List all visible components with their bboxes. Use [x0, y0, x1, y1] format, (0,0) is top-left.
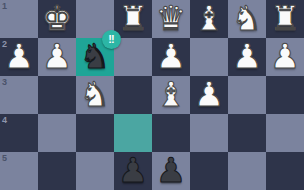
square-g2[interactable]: ♟	[38, 38, 76, 76]
piece-white-pawn[interactable]: ♟	[270, 37, 300, 75]
piece-white-rook[interactable]: ♜	[118, 0, 148, 37]
piece-white-pawn[interactable]: ♟	[194, 75, 224, 113]
square-h2[interactable]: 2♟	[0, 38, 38, 76]
square-b4[interactable]	[228, 114, 266, 152]
piece-black-pawn[interactable]: ♟	[118, 151, 148, 189]
piece-white-bishop[interactable]: ♝	[156, 75, 186, 113]
square-a2[interactable]: ♟	[266, 38, 304, 76]
square-g5[interactable]	[38, 152, 76, 190]
square-d2[interactable]: ♟	[152, 38, 190, 76]
square-a5[interactable]	[266, 152, 304, 190]
square-e5[interactable]: ♟	[114, 152, 152, 190]
square-d1[interactable]: ♛	[152, 0, 190, 38]
square-d4[interactable]	[152, 114, 190, 152]
square-f3[interactable]: ♞	[76, 76, 114, 114]
square-a1[interactable]: ♜	[266, 0, 304, 38]
square-c5[interactable]	[190, 152, 228, 190]
square-g1[interactable]: ♚	[38, 0, 76, 38]
square-e4[interactable]	[114, 114, 152, 152]
square-f5[interactable]	[76, 152, 114, 190]
rank-label-1: 1	[2, 1, 7, 11]
square-b2[interactable]: ♟	[228, 38, 266, 76]
piece-white-knight[interactable]: ♞	[80, 75, 110, 113]
brilliant-move-symbol: !!	[108, 30, 113, 49]
square-b1[interactable]: ♞	[228, 0, 266, 38]
piece-black-pawn[interactable]: ♟	[156, 151, 186, 189]
piece-white-pawn[interactable]: ♟	[156, 37, 186, 75]
piece-white-bishop[interactable]: ♝	[194, 0, 224, 37]
square-g4[interactable]	[38, 114, 76, 152]
piece-white-knight[interactable]: ♞	[232, 0, 262, 37]
square-h5[interactable]: 5	[0, 152, 38, 190]
piece-white-pawn[interactable]: ♟	[232, 37, 262, 75]
square-g3[interactable]	[38, 76, 76, 114]
square-b3[interactable]	[228, 76, 266, 114]
square-a3[interactable]	[266, 76, 304, 114]
square-b5[interactable]	[228, 152, 266, 190]
piece-white-queen[interactable]: ♛	[156, 0, 186, 37]
square-d5[interactable]: ♟	[152, 152, 190, 190]
square-f4[interactable]	[76, 114, 114, 152]
square-c4[interactable]	[190, 114, 228, 152]
rank-label-5: 5	[2, 153, 7, 163]
square-c3[interactable]: ♟	[190, 76, 228, 114]
rank-label-4: 4	[2, 115, 7, 125]
square-h4[interactable]: 4	[0, 114, 38, 152]
square-e3[interactable]	[114, 76, 152, 114]
chess-board: 1♚♜♛♝♞♜2♟♟♞♟♟♟3♞♝♟45♟♟	[0, 0, 304, 190]
piece-white-pawn[interactable]: ♟	[4, 37, 34, 75]
square-c2[interactable]	[190, 38, 228, 76]
rank-label-3: 3	[2, 77, 7, 87]
brilliant-move-badge: !!	[102, 30, 121, 49]
square-h1[interactable]: 1	[0, 0, 38, 38]
square-a4[interactable]	[266, 114, 304, 152]
piece-white-pawn[interactable]: ♟	[42, 37, 72, 75]
piece-white-rook[interactable]: ♜	[270, 0, 300, 37]
chess-app-viewport: 1♚♜♛♝♞♜2♟♟♞♟♟♟3♞♝♟45♟♟ !!	[0, 0, 304, 190]
square-h3[interactable]: 3	[0, 76, 38, 114]
square-c1[interactable]: ♝	[190, 0, 228, 38]
square-d3[interactable]: ♝	[152, 76, 190, 114]
piece-white-king[interactable]: ♚	[42, 0, 72, 37]
square-e1[interactable]: ♜	[114, 0, 152, 38]
